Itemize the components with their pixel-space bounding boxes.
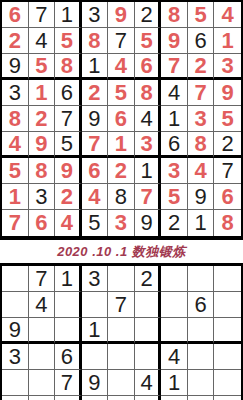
solved-cell-r7c2: 8 <box>29 158 56 184</box>
solved-cell-r9c1: 7 <box>2 210 29 236</box>
solved-cell-r3c1: 9 <box>2 54 29 80</box>
solved-cell-r8c5: 8 <box>108 184 135 210</box>
puzzle-cell-r6c7 <box>161 396 188 400</box>
solved-cell-r6c9: 2 <box>214 132 241 158</box>
solved-cell-r6c3: 5 <box>55 132 82 158</box>
solved-cell-r1c6: 2 <box>135 2 162 28</box>
puzzle-cell-r1c2: 7 <box>29 266 56 292</box>
puzzle-cell-r6c1 <box>2 396 29 400</box>
puzzle-board-clip: 7132476913647941 <box>0 263 243 400</box>
puzzle-cell-r3c6 <box>135 318 162 344</box>
solved-cell-r5c1: 8 <box>2 106 29 132</box>
solved-cell-r3c9: 3 <box>214 54 241 80</box>
solved-cell-r7c8: 4 <box>188 158 215 184</box>
puzzle-cell-r2c6 <box>135 292 162 318</box>
puzzle-cell-r4c6 <box>135 344 162 370</box>
solved-cell-r7c9: 7 <box>214 158 241 184</box>
puzzle-cell-r3c1: 9 <box>2 318 29 344</box>
puzzle-cell-r5c5 <box>108 370 135 396</box>
puzzle-cell-r6c3 <box>55 396 82 400</box>
puzzle-cell-r5c7: 1 <box>161 370 188 396</box>
puzzle-cell-r3c4: 1 <box>82 318 109 344</box>
solved-cell-r8c4: 4 <box>82 184 109 210</box>
puzzle-cell-r3c2 <box>29 318 56 344</box>
solved-cell-r1c7: 8 <box>161 2 188 28</box>
solved-cell-r9c5: 3 <box>108 210 135 236</box>
puzzle-cell-r2c9 <box>214 292 241 318</box>
solved-cell-r3c4: 1 <box>82 54 109 80</box>
solved-cell-r8c1: 1 <box>2 184 29 210</box>
solved-cell-r2c3: 5 <box>55 28 82 54</box>
puzzle-cell-r2c3 <box>55 292 82 318</box>
solved-cell-r9c8: 1 <box>188 210 215 236</box>
puzzle-cell-r4c4 <box>82 344 109 370</box>
solved-cell-r5c4: 9 <box>82 106 109 132</box>
solved-cell-r1c8: 5 <box>188 2 215 28</box>
solved-cell-r2c4: 8 <box>82 28 109 54</box>
solved-cell-r5c2: 2 <box>29 106 56 132</box>
solved-cell-r4c6: 8 <box>135 80 162 106</box>
puzzle-cell-r1c9 <box>214 266 241 292</box>
solved-cell-r6c7: 6 <box>161 132 188 158</box>
solved-cell-r7c1: 5 <box>2 158 29 184</box>
puzzle-cell-r4c1: 3 <box>2 344 29 370</box>
solved-cell-r9c6: 9 <box>135 210 162 236</box>
solved-cell-r1c4: 3 <box>82 2 109 28</box>
solved-cell-r9c4: 5 <box>82 210 109 236</box>
solved-cell-r5c6: 4 <box>135 106 162 132</box>
solved-cell-r6c5: 1 <box>108 132 135 158</box>
solved-cell-r3c7: 7 <box>161 54 188 80</box>
solved-cell-r3c6: 6 <box>135 54 162 80</box>
puzzle-cell-r5c6: 4 <box>135 370 162 396</box>
solved-cell-r6c1: 4 <box>2 132 29 158</box>
solved-cell-r7c3: 9 <box>55 158 82 184</box>
puzzle-cell-r3c7 <box>161 318 188 344</box>
solved-cell-r9c3: 4 <box>55 210 82 236</box>
solved-cell-r2c6: 5 <box>135 28 162 54</box>
puzzle-cell-r5c2 <box>29 370 56 396</box>
puzzle-cell-r2c2: 4 <box>29 292 56 318</box>
solved-cell-r8c3: 2 <box>55 184 82 210</box>
solved-cell-r3c5: 4 <box>108 54 135 80</box>
puzzle-cell-r1c4: 3 <box>82 266 109 292</box>
puzzle-cell-r1c8 <box>188 266 215 292</box>
solved-cell-r4c9: 9 <box>214 80 241 106</box>
solved-cell-r9c9: 8 <box>214 210 241 236</box>
solved-cell-r1c3: 1 <box>55 2 82 28</box>
solved-cell-r1c5: 9 <box>108 2 135 28</box>
puzzle-cell-r6c8 <box>188 396 215 400</box>
puzzle-cell-r1c5 <box>108 266 135 292</box>
solved-cell-r8c8: 9 <box>188 184 215 210</box>
puzzle-cell-r1c1 <box>2 266 29 292</box>
puzzle-cell-r4c9 <box>214 344 241 370</box>
solved-cell-r6c8: 8 <box>188 132 215 158</box>
puzzle-cell-r5c4: 9 <box>82 370 109 396</box>
puzzle-cell-r4c5 <box>108 344 135 370</box>
solved-cell-r4c5: 5 <box>108 80 135 106</box>
solved-cell-r5c7: 1 <box>161 106 188 132</box>
solved-sudoku-board: 6713928542458759619581467233162584798279… <box>0 0 243 240</box>
puzzle-cell-r3c9 <box>214 318 241 344</box>
solved-cell-r1c2: 7 <box>29 2 56 28</box>
puzzle-cell-r4c3: 6 <box>55 344 82 370</box>
puzzle-cell-r2c5: 7 <box>108 292 135 318</box>
solved-cell-r2c9: 1 <box>214 28 241 54</box>
solved-cell-r1c9: 4 <box>214 2 241 28</box>
puzzle-cell-r3c3 <box>55 318 82 344</box>
solved-cell-r2c5: 7 <box>108 28 135 54</box>
puzzle-cell-r3c8 <box>188 318 215 344</box>
solved-cell-r5c9: 5 <box>214 106 241 132</box>
puzzle-cell-r3c5 <box>108 318 135 344</box>
puzzle-cell-r5c3: 7 <box>55 370 82 396</box>
solved-cell-r4c8: 7 <box>188 80 215 106</box>
solved-cell-r4c3: 6 <box>55 80 82 106</box>
puzzle-cell-r2c1 <box>2 292 29 318</box>
solved-cell-r3c8: 2 <box>188 54 215 80</box>
solved-cell-r4c1: 3 <box>2 80 29 106</box>
solved-cell-r2c8: 6 <box>188 28 215 54</box>
puzzle-cell-r2c8: 6 <box>188 292 215 318</box>
solved-cell-r9c2: 6 <box>29 210 56 236</box>
puzzle-cell-r1c7 <box>161 266 188 292</box>
solved-cell-r9c7: 2 <box>161 210 188 236</box>
puzzle-cell-r1c3: 1 <box>55 266 82 292</box>
puzzle-cell-r6c4 <box>82 396 109 400</box>
puzzle-cell-r2c4 <box>82 292 109 318</box>
solved-cell-r4c7: 4 <box>161 80 188 106</box>
solved-cell-r7c5: 2 <box>108 158 135 184</box>
solved-cell-r3c3: 8 <box>55 54 82 80</box>
solved-cell-r1c1: 6 <box>2 2 29 28</box>
solved-cell-r8c9: 6 <box>214 184 241 210</box>
solved-cell-r2c7: 9 <box>161 28 188 54</box>
solved-cell-r8c2: 3 <box>29 184 56 210</box>
solved-cell-r8c6: 7 <box>135 184 162 210</box>
solved-cell-r5c5: 6 <box>108 106 135 132</box>
puzzle-cell-r2c7 <box>161 292 188 318</box>
puzzle-cell-r4c8 <box>188 344 215 370</box>
solved-cell-r4c2: 1 <box>29 80 56 106</box>
solved-cell-r3c2: 5 <box>29 54 56 80</box>
solved-cell-r7c6: 1 <box>135 158 162 184</box>
solved-cell-r6c6: 3 <box>135 132 162 158</box>
puzzle-cell-r5c8 <box>188 370 215 396</box>
solved-cell-r7c4: 6 <box>82 158 109 184</box>
solved-cell-r4c4: 2 <box>82 80 109 106</box>
puzzle-cell-r1c6: 2 <box>135 266 162 292</box>
solved-cell-r5c8: 3 <box>188 106 215 132</box>
solved-cell-r6c2: 9 <box>29 132 56 158</box>
solved-cell-r5c3: 7 <box>55 106 82 132</box>
date-title-caption: 2020 .10 .1 数独锻炼 <box>57 243 186 261</box>
puzzle-sudoku-board: 7132476913647941 <box>0 263 243 400</box>
solved-cell-r8c7: 5 <box>161 184 188 210</box>
puzzle-cell-r6c5 <box>108 396 135 400</box>
puzzle-cell-r5c9 <box>214 370 241 396</box>
puzzle-cell-r5c1 <box>2 370 29 396</box>
puzzle-cell-r4c2 <box>29 344 56 370</box>
solved-cell-r7c7: 3 <box>161 158 188 184</box>
puzzle-cell-r4c7: 4 <box>161 344 188 370</box>
solved-cell-r2c2: 4 <box>29 28 56 54</box>
solved-cell-r6c4: 7 <box>82 132 109 158</box>
solved-cell-r2c1: 2 <box>2 28 29 54</box>
puzzle-cell-r6c9 <box>214 396 241 400</box>
caption-band: 2020 .10 .1 数独锻炼 <box>0 240 243 263</box>
puzzle-cell-r6c6 <box>135 396 162 400</box>
puzzle-cell-r6c2 <box>29 396 56 400</box>
